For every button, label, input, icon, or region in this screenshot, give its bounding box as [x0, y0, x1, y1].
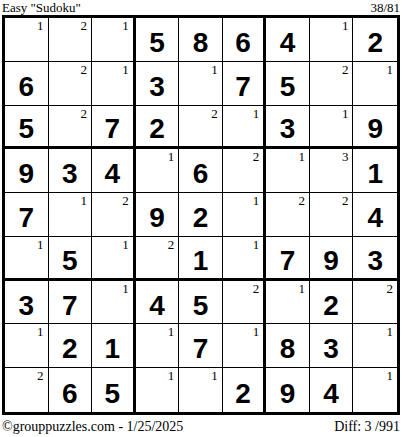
- pencil-mark: 1: [37, 19, 44, 32]
- pencil-mark: 2: [37, 369, 44, 382]
- sudoku-cell-r2c1[interactable]: 6: [5, 62, 49, 106]
- sudoku-cell-r2c7[interactable]: 5: [266, 62, 310, 106]
- sudoku-cell-r1c6[interactable]: 6: [223, 18, 267, 62]
- pencil-mark: 1: [122, 282, 129, 295]
- sudoku-cell-r8c2[interactable]: 2: [49, 324, 93, 368]
- sudoku-cell-r2c4[interactable]: 3: [136, 62, 180, 106]
- sudoku-cell-r4c6[interactable]: 2: [223, 149, 267, 193]
- pencil-mark: 1: [168, 369, 175, 382]
- sudoku-cell-r3c3[interactable]: 7: [92, 106, 136, 150]
- given-digit: 6: [49, 368, 92, 412]
- sudoku-cell-r4c4[interactable]: 1: [136, 149, 180, 193]
- pencil-mark: 2: [81, 63, 88, 76]
- given-digit: 3: [353, 237, 397, 278]
- given-digit: 1: [92, 324, 133, 367]
- given-digit: 7: [266, 237, 309, 278]
- sudoku-cell-r6c6[interactable]: 1: [223, 237, 267, 281]
- given-digit: 5: [92, 368, 133, 412]
- sudoku-cell-r8c4[interactable]: 1: [136, 324, 180, 368]
- pencil-mark: 1: [81, 194, 88, 207]
- given-digit: 5: [49, 237, 92, 278]
- sudoku-cell-r5c4[interactable]: 9: [136, 193, 180, 237]
- sudoku-cell-r9c3[interactable]: 5: [92, 368, 136, 412]
- sudoku-cell-r8c3[interactable]: 1: [92, 324, 136, 368]
- sudoku-cell-r1c9[interactable]: 2: [353, 18, 397, 62]
- sudoku-cell-r9c6[interactable]: 2: [223, 368, 267, 412]
- given-digit: 5: [136, 18, 179, 61]
- sudoku-cell-r6c3[interactable]: 1: [92, 237, 136, 281]
- sudoku-cell-r2c3[interactable]: 1: [92, 62, 136, 106]
- given-digit: 2: [136, 106, 179, 147]
- given-digit: 9: [353, 106, 397, 147]
- pencil-mark: 2: [342, 194, 349, 207]
- pencil-mark: 2: [298, 194, 305, 207]
- given-digit: 2: [49, 324, 92, 367]
- given-digit: 3: [310, 324, 353, 367]
- sudoku-cell-r9c9[interactable]: 1: [353, 368, 397, 412]
- sudoku-cell-r8c9[interactable]: 1: [353, 324, 397, 368]
- given-digit: 9: [136, 193, 179, 236]
- given-digit: 4: [266, 18, 309, 61]
- sudoku-cell-r3c7[interactable]: 3: [266, 106, 310, 150]
- sudoku-cell-r7c9[interactable]: 2: [353, 281, 397, 325]
- sudoku-grid: 1215864126213175215272213199341621317129…: [2, 15, 400, 415]
- page-title: Easy "Sudoku": [2, 1, 81, 14]
- pencil-mark: 2: [81, 19, 88, 32]
- sudoku-cell-r7c3[interactable]: 1: [92, 281, 136, 325]
- puzzle-page: Easy "Sudoku" 38/81 12158641262131752152…: [0, 0, 402, 437]
- sudoku-cell-r5c6[interactable]: 1: [223, 193, 267, 237]
- sudoku-cell-r6c4[interactable]: 2: [136, 237, 180, 281]
- given-digit: 4: [310, 368, 353, 412]
- given-digit: 2: [353, 18, 397, 61]
- sudoku-cell-r3c6[interactable]: 1: [223, 106, 267, 150]
- sudoku-cell-r4c5[interactable]: 6: [179, 149, 223, 193]
- sudoku-cell-r3c5[interactable]: 2: [179, 106, 223, 150]
- sudoku-cell-r1c4[interactable]: 5: [136, 18, 180, 62]
- sudoku-cell-r6c9[interactable]: 3: [353, 237, 397, 281]
- pencil-mark: 2: [253, 282, 260, 295]
- sudoku-cell-r4c9[interactable]: 1: [353, 149, 397, 193]
- pencil-mark: 1: [211, 369, 218, 382]
- pencil-mark: 1: [387, 325, 394, 338]
- pencil-mark: 1: [37, 238, 44, 251]
- given-digit: 5: [5, 106, 48, 147]
- pencil-mark: 2: [253, 150, 260, 163]
- given-digit: 9: [310, 237, 353, 278]
- pencil-mark: 3: [342, 150, 349, 163]
- sudoku-cell-r7c7[interactable]: 1: [266, 281, 310, 325]
- sudoku-cell-r4c7[interactable]: 1: [266, 149, 310, 193]
- pencil-mark: 2: [342, 63, 349, 76]
- sudoku-cell-r2c6[interactable]: 7: [223, 62, 267, 106]
- given-digit: 3: [266, 106, 309, 147]
- pencil-mark: 2: [122, 194, 129, 207]
- sudoku-cell-r3c1[interactable]: 5: [5, 106, 49, 150]
- given-digit: 1: [179, 237, 222, 278]
- sudoku-cell-r7c8[interactable]: 2: [310, 281, 354, 325]
- sudoku-cell-r5c2[interactable]: 1: [49, 193, 93, 237]
- sudoku-cell-r3c4[interactable]: 2: [136, 106, 180, 150]
- given-digit: 7: [223, 62, 264, 105]
- given-digit: 4: [136, 281, 179, 324]
- sudoku-cell-r1c8[interactable]: 1: [310, 18, 354, 62]
- given-digit: 1: [353, 149, 397, 192]
- sudoku-cell-r5c1[interactable]: 7: [5, 193, 49, 237]
- pencil-mark: 1: [342, 19, 349, 32]
- sudoku-cell-r9c2[interactable]: 6: [49, 368, 93, 412]
- sudoku-cell-r9c5[interactable]: 1: [179, 368, 223, 412]
- sudoku-cell-r6c5[interactable]: 1: [179, 237, 223, 281]
- sudoku-cell-r7c2[interactable]: 7: [49, 281, 93, 325]
- sudoku-cell-r4c8[interactable]: 3: [310, 149, 354, 193]
- cells-remaining-counter: 38/81: [370, 1, 400, 14]
- pencil-mark: 1: [37, 325, 44, 338]
- pencil-mark: 1: [168, 325, 175, 338]
- given-digit: 3: [5, 281, 48, 324]
- sudoku-cell-r7c1[interactable]: 3: [5, 281, 49, 325]
- sudoku-cell-r3c2[interactable]: 2: [49, 106, 93, 150]
- pencil-mark: 1: [253, 194, 260, 207]
- sudoku-cell-r4c1[interactable]: 9: [5, 149, 49, 193]
- footer-difficulty: Diff: 3 /991: [334, 419, 400, 434]
- header: Easy "Sudoku" 38/81: [0, 0, 402, 15]
- pencil-mark: 2: [211, 107, 218, 120]
- sudoku-cell-r2c9[interactable]: 1: [353, 62, 397, 106]
- sudoku-cell-r3c9[interactable]: 9: [353, 106, 397, 150]
- pencil-mark: 2: [168, 238, 175, 251]
- sudoku-cell-r4c2[interactable]: 3: [49, 149, 93, 193]
- sudoku-cell-r7c6[interactable]: 2: [223, 281, 267, 325]
- pencil-mark: 1: [122, 19, 129, 32]
- sudoku-cell-r6c2[interactable]: 5: [49, 237, 93, 281]
- footer-copyright: ©grouppuzzles.com - 1/25/2025: [2, 419, 183, 434]
- sudoku-cell-r9c1[interactable]: 2: [5, 368, 49, 412]
- given-digit: 8: [266, 324, 309, 367]
- sudoku-cell-r1c2[interactable]: 2: [49, 18, 93, 62]
- pencil-mark: 1: [122, 63, 129, 76]
- sudoku-cell-r2c5[interactable]: 1: [179, 62, 223, 106]
- pencil-mark: 2: [81, 107, 88, 120]
- given-digit: 6: [179, 149, 222, 192]
- given-digit: 9: [5, 149, 48, 192]
- pencil-mark: 1: [211, 63, 218, 76]
- sudoku-cell-r7c4[interactable]: 4: [136, 281, 180, 325]
- sudoku-cell-r1c3[interactable]: 1: [92, 18, 136, 62]
- sudoku-cell-r7c5[interactable]: 5: [179, 281, 223, 325]
- given-digit: 5: [179, 281, 222, 324]
- sudoku-cell-r1c5[interactable]: 8: [179, 18, 223, 62]
- given-digit: 7: [5, 193, 48, 236]
- sudoku-cell-r5c9[interactable]: 4: [353, 193, 397, 237]
- given-digit: 8: [179, 18, 222, 61]
- pencil-mark: 1: [122, 238, 129, 251]
- pencil-mark: 1: [298, 150, 305, 163]
- sudoku-cell-r9c7[interactable]: 9: [266, 368, 310, 412]
- sudoku-cell-r4c3[interactable]: 4: [92, 149, 136, 193]
- given-digit: 7: [92, 106, 133, 147]
- pencil-mark: 2: [387, 282, 394, 295]
- pencil-mark: 1: [253, 107, 260, 120]
- given-digit: 2: [179, 193, 222, 236]
- sudoku-cell-r5c5[interactable]: 2: [179, 193, 223, 237]
- pencil-mark: 1: [253, 325, 260, 338]
- sudoku-cell-r5c8[interactable]: 2: [310, 193, 354, 237]
- sudoku-cell-r1c7[interactable]: 4: [266, 18, 310, 62]
- sudoku-cell-r1c1[interactable]: 1: [5, 18, 49, 62]
- given-digit: 7: [179, 324, 222, 367]
- sudoku-cell-r8c8[interactable]: 3: [310, 324, 354, 368]
- given-digit: 3: [49, 149, 92, 192]
- pencil-mark: 1: [387, 63, 394, 76]
- sudoku-cell-r6c1[interactable]: 1: [5, 237, 49, 281]
- sudoku-cell-r5c7[interactable]: 2: [266, 193, 310, 237]
- given-digit: 7: [49, 281, 92, 324]
- pencil-mark: 1: [168, 150, 175, 163]
- sudoku-cell-r6c8[interactable]: 9: [310, 237, 354, 281]
- sudoku-cell-r5c3[interactable]: 2: [92, 193, 136, 237]
- sudoku-cell-r8c1[interactable]: 1: [5, 324, 49, 368]
- given-digit: 3: [136, 62, 179, 105]
- sudoku-cell-r9c4[interactable]: 1: [136, 368, 180, 412]
- given-digit: 4: [92, 149, 133, 192]
- sudoku-cell-r8c7[interactable]: 8: [266, 324, 310, 368]
- given-digit: 9: [266, 368, 309, 412]
- given-digit: 2: [310, 281, 353, 324]
- sudoku-cell-r9c8[interactable]: 4: [310, 368, 354, 412]
- given-digit: 2: [223, 368, 264, 412]
- sudoku-cell-r8c5[interactable]: 7: [179, 324, 223, 368]
- pencil-mark: 1: [342, 107, 349, 120]
- given-digit: 6: [223, 18, 264, 61]
- sudoku-cell-r8c6[interactable]: 1: [223, 324, 267, 368]
- sudoku-cell-r2c8[interactable]: 2: [310, 62, 354, 106]
- pencil-mark: 1: [253, 238, 260, 251]
- sudoku-cell-r6c7[interactable]: 7: [266, 237, 310, 281]
- sudoku-cell-r2c2[interactable]: 2: [49, 62, 93, 106]
- given-digit: 6: [5, 62, 48, 105]
- pencil-mark: 1: [387, 369, 394, 382]
- pencil-mark: 1: [298, 282, 305, 295]
- footer: ©grouppuzzles.com - 1/25/2025 Diff: 3 /9…: [0, 415, 402, 434]
- given-digit: 5: [266, 62, 309, 105]
- given-digit: 4: [353, 193, 397, 236]
- sudoku-cell-r3c8[interactable]: 1: [310, 106, 354, 150]
